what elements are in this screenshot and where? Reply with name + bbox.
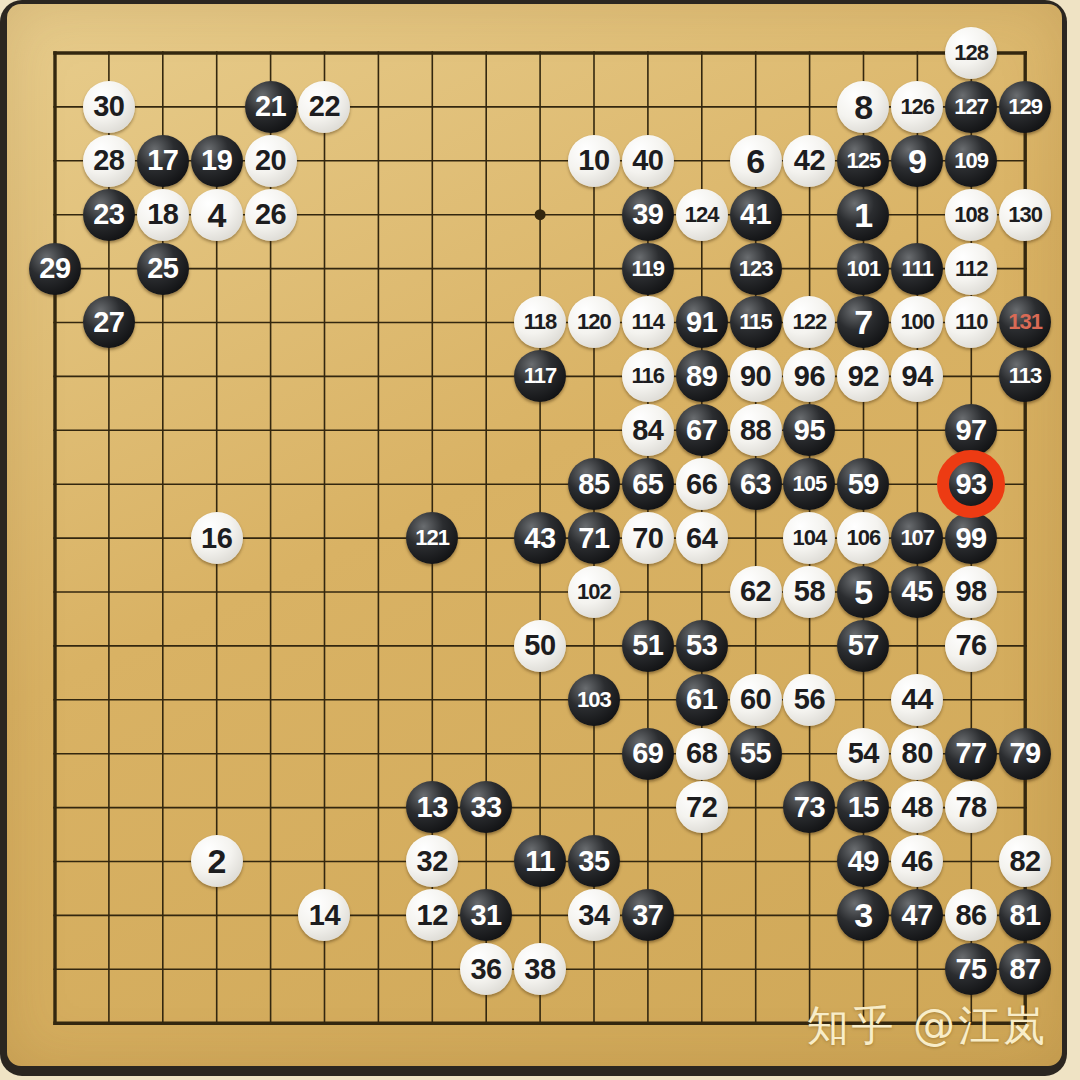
move-number: 73 [794, 793, 825, 822]
watermark: 知乎 @江岚 [807, 998, 1048, 1054]
stones-grid[interactable]: 1283021228126127129281719201040642125910… [28, 26, 1052, 1050]
move-number: 94 [902, 362, 933, 391]
move-number: 56 [794, 685, 825, 714]
stone-black-29[interactable]: 29 [29, 243, 81, 295]
move-number: 49 [848, 847, 879, 876]
move-number: 10 [578, 146, 609, 175]
move-number: 70 [632, 524, 663, 553]
stone-black-61[interactable]: 61 [676, 674, 728, 726]
move-number: 85 [578, 470, 609, 499]
move-number: 57 [848, 631, 879, 660]
stone-black-71[interactable]: 71 [568, 512, 620, 564]
stone-white-80[interactable]: 80 [891, 728, 943, 780]
move-number: 120 [577, 311, 611, 333]
move-number: 3 [854, 898, 872, 932]
stone-white-16[interactable]: 16 [191, 512, 243, 564]
stone-white-60[interactable]: 60 [730, 674, 782, 726]
move-number: 111 [902, 258, 933, 280]
move-number: 112 [955, 258, 988, 280]
stone-white-34[interactable]: 34 [568, 889, 620, 941]
stone-white-78[interactable]: 78 [945, 781, 997, 833]
move-number: 35 [578, 847, 609, 876]
stone-white-104[interactable]: 104 [783, 512, 835, 564]
stone-black-127[interactable]: 127 [945, 81, 997, 133]
stone-black-111[interactable]: 111 [891, 243, 943, 295]
move-number: 107 [900, 527, 934, 549]
move-number: 64 [686, 524, 717, 553]
go-diagram-screenshot: 1283021228126127129281719201040642125910… [0, 0, 1080, 1080]
stone-black-91[interactable]: 91 [676, 296, 728, 348]
move-number: 4 [207, 198, 225, 232]
stone-white-108[interactable]: 108 [945, 189, 997, 241]
move-number: 91 [686, 308, 717, 337]
stone-black-105[interactable]: 105 [783, 458, 835, 510]
stone-black-17[interactable]: 17 [137, 135, 189, 187]
move-number: 32 [417, 847, 448, 876]
stone-black-21[interactable]: 21 [245, 81, 297, 133]
stone-white-110[interactable]: 110 [945, 296, 997, 348]
move-number: 23 [93, 200, 124, 229]
move-number: 17 [147, 146, 178, 175]
stone-white-92[interactable]: 92 [837, 350, 889, 402]
stone-black-37[interactable]: 37 [622, 889, 674, 941]
move-number: 100 [900, 311, 934, 333]
move-number: 63 [740, 470, 771, 499]
stone-white-118[interactable]: 118 [514, 296, 566, 348]
move-number: 8 [854, 90, 872, 124]
move-number: 11 [525, 847, 555, 876]
stone-black-53[interactable]: 53 [676, 620, 728, 672]
stone-black-107[interactable]: 107 [891, 512, 943, 564]
stone-black-13[interactable]: 13 [406, 781, 458, 833]
stone-black-47[interactable]: 47 [891, 889, 943, 941]
stone-white-6[interactable]: 6 [730, 135, 782, 187]
move-number: 41 [740, 200, 771, 229]
stone-black-63[interactable]: 63 [730, 458, 782, 510]
move-number: 28 [93, 146, 124, 175]
stone-white-32[interactable]: 32 [406, 835, 458, 887]
move-number: 33 [470, 793, 501, 822]
stone-white-88[interactable]: 88 [730, 404, 782, 456]
stone-white-94[interactable]: 94 [891, 350, 943, 402]
move-number: 54 [848, 739, 879, 768]
move-number: 76 [955, 631, 986, 660]
move-number: 78 [955, 793, 986, 822]
stone-white-28[interactable]: 28 [83, 135, 135, 187]
stone-white-120[interactable]: 120 [568, 296, 620, 348]
stone-black-33[interactable]: 33 [460, 781, 512, 833]
move-number: 13 [417, 793, 448, 822]
stone-black-19[interactable]: 19 [191, 135, 243, 187]
move-number: 16 [201, 524, 232, 553]
stone-white-20[interactable]: 20 [245, 135, 297, 187]
stone-white-18[interactable]: 18 [137, 189, 189, 241]
stone-black-55[interactable]: 55 [730, 728, 782, 780]
move-number: 48 [902, 793, 933, 822]
stone-black-69[interactable]: 69 [622, 728, 674, 780]
move-number: 72 [686, 793, 717, 822]
move-number: 92 [848, 362, 879, 391]
move-number: 79 [1009, 739, 1040, 768]
stone-white-62[interactable]: 62 [730, 566, 782, 618]
move-number: 110 [955, 311, 988, 333]
move-number: 69 [632, 739, 663, 768]
move-number: 14 [309, 901, 340, 930]
stone-black-85[interactable]: 85 [568, 458, 620, 510]
move-number: 27 [93, 308, 124, 337]
move-number: 12 [417, 901, 448, 930]
stone-white-70[interactable]: 70 [622, 512, 674, 564]
move-number: 115 [739, 311, 772, 333]
move-number: 99 [955, 524, 986, 553]
stone-black-73[interactable]: 73 [783, 781, 835, 833]
stone-black-121[interactable]: 121 [406, 512, 458, 564]
move-number: 58 [794, 577, 825, 606]
move-number: 21 [255, 92, 286, 121]
move-number: 121 [415, 527, 449, 549]
stone-white-58[interactable]: 58 [783, 566, 835, 618]
stone-white-50[interactable]: 50 [514, 620, 566, 672]
stone-white-12[interactable]: 12 [406, 889, 458, 941]
stone-white-100[interactable]: 100 [891, 296, 943, 348]
stone-white-48[interactable]: 48 [891, 781, 943, 833]
stone-white-2[interactable]: 2 [191, 835, 243, 887]
stone-white-116[interactable]: 116 [622, 350, 674, 402]
stone-black-45[interactable]: 45 [891, 566, 943, 618]
move-number: 129 [1008, 96, 1042, 118]
stone-black-97[interactable]: 97 [945, 404, 997, 456]
stone-white-56[interactable]: 56 [783, 674, 835, 726]
move-number: 7 [854, 305, 872, 339]
stone-white-4[interactable]: 4 [191, 189, 243, 241]
move-number: 40 [632, 146, 663, 175]
stone-white-44[interactable]: 44 [891, 674, 943, 726]
stone-black-79[interactable]: 79 [999, 728, 1051, 780]
stone-white-26[interactable]: 26 [245, 189, 297, 241]
stone-white-114[interactable]: 114 [622, 296, 674, 348]
stone-black-109[interactable]: 109 [945, 135, 997, 187]
stone-white-98[interactable]: 98 [945, 566, 997, 618]
move-number: 82 [1009, 847, 1040, 876]
move-number: 77 [955, 739, 986, 768]
stone-black-51[interactable]: 51 [622, 620, 674, 672]
stone-white-124[interactable]: 124 [676, 189, 728, 241]
move-number: 61 [686, 685, 717, 714]
move-number: 2 [207, 844, 225, 878]
stone-white-40[interactable]: 40 [622, 135, 674, 187]
move-number: 80 [902, 739, 933, 768]
stone-black-103[interactable]: 103 [568, 674, 620, 726]
move-number: 128 [954, 42, 988, 64]
move-number: 97 [955, 416, 986, 445]
move-number: 87 [1009, 955, 1040, 984]
move-number: 1 [854, 198, 872, 232]
move-number: 114 [632, 311, 665, 333]
move-number: 98 [955, 577, 986, 606]
move-number: 20 [255, 146, 286, 175]
stone-black-31[interactable]: 31 [460, 889, 512, 941]
stone-black-27[interactable]: 27 [83, 296, 135, 348]
move-number: 45 [902, 577, 933, 606]
move-number: 30 [93, 92, 124, 121]
move-number: 9 [908, 144, 926, 178]
stone-white-10[interactable]: 10 [568, 135, 620, 187]
move-number: 43 [524, 524, 555, 553]
move-number: 126 [900, 96, 934, 118]
move-number: 67 [686, 416, 717, 445]
move-number: 123 [739, 258, 773, 280]
move-number: 26 [255, 200, 286, 229]
stone-black-89[interactable]: 89 [676, 350, 728, 402]
stone-white-30[interactable]: 30 [83, 81, 135, 133]
move-number: 119 [632, 258, 665, 280]
move-number: 5 [854, 575, 872, 609]
stone-black-25[interactable]: 25 [137, 243, 189, 295]
stone-white-126[interactable]: 126 [891, 81, 943, 133]
stone-black-15[interactable]: 15 [837, 781, 889, 833]
stone-white-46[interactable]: 46 [891, 835, 943, 887]
move-number: 29 [39, 254, 70, 283]
stone-black-39[interactable]: 39 [622, 189, 674, 241]
stone-black-125[interactable]: 125 [837, 135, 889, 187]
move-number: 101 [846, 258, 880, 280]
move-number: 36 [470, 955, 501, 984]
stone-white-96[interactable]: 96 [783, 350, 835, 402]
move-number: 105 [793, 473, 827, 495]
move-number: 118 [524, 311, 557, 333]
stone-black-59[interactable]: 59 [837, 458, 889, 510]
move-number: 6 [746, 144, 764, 178]
stone-white-102[interactable]: 102 [568, 566, 620, 618]
move-number: 108 [954, 204, 988, 226]
stone-black-101[interactable]: 101 [837, 243, 889, 295]
move-number: 104 [793, 527, 827, 549]
move-number: 44 [902, 685, 933, 714]
stone-black-95[interactable]: 95 [783, 404, 835, 456]
move-number: 116 [632, 365, 665, 387]
stone-black-49[interactable]: 49 [837, 835, 889, 887]
move-number: 46 [902, 847, 933, 876]
move-number: 71 [578, 524, 609, 553]
move-number: 55 [740, 739, 771, 768]
move-number: 60 [740, 685, 771, 714]
stone-black-129[interactable]: 129 [999, 81, 1051, 133]
move-number: 93 [955, 470, 986, 499]
stone-black-87[interactable]: 87 [999, 943, 1051, 995]
stone-white-90[interactable]: 90 [730, 350, 782, 402]
stone-black-1[interactable]: 1 [837, 189, 889, 241]
move-number: 53 [686, 631, 717, 660]
move-number: 31 [470, 901, 501, 930]
move-number: 102 [577, 581, 611, 603]
stone-white-14[interactable]: 14 [298, 889, 350, 941]
stone-black-35[interactable]: 35 [568, 835, 620, 887]
stone-white-22[interactable]: 22 [298, 81, 350, 133]
stone-white-82[interactable]: 82 [999, 835, 1051, 887]
move-number: 37 [632, 901, 663, 930]
stone-black-9[interactable]: 9 [891, 135, 943, 187]
stone-black-65[interactable]: 65 [622, 458, 674, 510]
stone-black-81[interactable]: 81 [999, 889, 1051, 941]
move-number: 51 [632, 631, 663, 660]
stone-black-75[interactable]: 75 [945, 943, 997, 995]
stone-black-5[interactable]: 5 [837, 566, 889, 618]
stone-white-122[interactable]: 122 [783, 296, 835, 348]
move-number: 75 [955, 955, 986, 984]
move-number: 95 [794, 416, 825, 445]
move-number: 130 [1008, 204, 1042, 226]
stone-black-123[interactable]: 123 [730, 243, 782, 295]
stone-black-57[interactable]: 57 [837, 620, 889, 672]
move-number: 39 [632, 200, 663, 229]
move-number: 19 [201, 146, 232, 175]
move-number: 18 [147, 200, 178, 229]
stone-white-38[interactable]: 38 [514, 943, 566, 995]
move-number: 42 [794, 146, 825, 175]
move-number: 113 [1009, 365, 1042, 387]
stone-white-42[interactable]: 42 [783, 135, 835, 187]
move-number: 109 [954, 150, 988, 172]
move-number: 86 [955, 901, 986, 930]
stone-black-119[interactable]: 119 [622, 243, 674, 295]
move-number: 124 [685, 204, 719, 226]
stone-black-43[interactable]: 43 [514, 512, 566, 564]
move-number: 38 [524, 955, 555, 984]
move-number: 68 [686, 739, 717, 768]
move-number: 25 [147, 254, 178, 283]
move-number: 15 [848, 793, 879, 822]
stone-black-23[interactable]: 23 [83, 189, 135, 241]
stone-white-130[interactable]: 130 [999, 189, 1051, 241]
stone-white-84[interactable]: 84 [622, 404, 674, 456]
stone-white-64[interactable]: 64 [676, 512, 728, 564]
move-number: 89 [686, 362, 717, 391]
move-number: 125 [846, 150, 880, 172]
move-number: 103 [577, 689, 611, 711]
stone-black-117[interactable]: 117 [514, 350, 566, 402]
move-number: 96 [794, 362, 825, 391]
move-number: 117 [524, 365, 557, 387]
stone-white-106[interactable]: 106 [837, 512, 889, 564]
stone-black-67[interactable]: 67 [676, 404, 728, 456]
stone-white-128[interactable]: 128 [945, 27, 997, 79]
move-number: 62 [740, 577, 771, 606]
move-number: 106 [846, 527, 880, 549]
move-number: 81 [1009, 901, 1040, 930]
move-number: 127 [954, 96, 988, 118]
stone-black-11[interactable]: 11 [514, 835, 566, 887]
stone-white-66[interactable]: 66 [676, 458, 728, 510]
move-number: 122 [793, 311, 827, 333]
stone-black-93[interactable]: 93 [945, 458, 997, 510]
move-number: 66 [686, 470, 717, 499]
stone-black-77[interactable]: 77 [945, 728, 997, 780]
move-number: 90 [740, 362, 771, 391]
stone-white-36[interactable]: 36 [460, 943, 512, 995]
move-number: 47 [902, 901, 933, 930]
stone-white-68[interactable]: 68 [676, 728, 728, 780]
stone-white-8[interactable]: 8 [837, 81, 889, 133]
stone-white-86[interactable]: 86 [945, 889, 997, 941]
stone-white-76[interactable]: 76 [945, 620, 997, 672]
move-number: 88 [740, 416, 771, 445]
move-number: 131 [1008, 311, 1042, 333]
stone-black-131[interactable]: 131 [999, 296, 1051, 348]
stone-white-54[interactable]: 54 [837, 728, 889, 780]
move-number: 59 [848, 470, 879, 499]
move-number: 34 [578, 901, 609, 930]
stone-black-113[interactable]: 113 [999, 350, 1051, 402]
move-number: 65 [632, 470, 663, 499]
move-number: 50 [524, 631, 555, 660]
stone-black-7[interactable]: 7 [837, 296, 889, 348]
stone-black-41[interactable]: 41 [730, 189, 782, 241]
stone-white-72[interactable]: 72 [676, 781, 728, 833]
move-number: 84 [632, 416, 663, 445]
stone-black-3[interactable]: 3 [837, 889, 889, 941]
stone-black-99[interactable]: 99 [945, 512, 997, 564]
stone-white-112[interactable]: 112 [945, 243, 997, 295]
stone-black-115[interactable]: 115 [730, 296, 782, 348]
move-number: 22 [309, 92, 340, 121]
